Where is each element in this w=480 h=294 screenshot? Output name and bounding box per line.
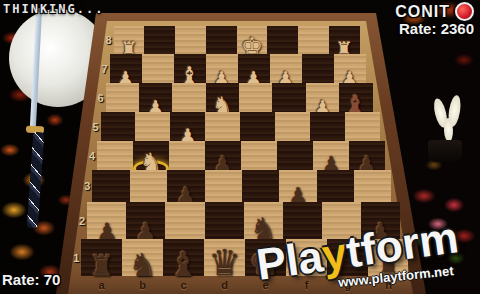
square-e8[interactable]: ♚ (237, 26, 268, 54)
piece-dark-bishop-c1[interactable]: ♝ (168, 247, 198, 281)
square-f3[interactable]: ♟ (279, 170, 316, 202)
opponent-info: CONIT (395, 2, 474, 21)
square-d8[interactable] (206, 26, 237, 54)
square-b3[interactable] (130, 170, 167, 202)
square-c2[interactable] (165, 202, 204, 239)
square-e3[interactable] (242, 170, 279, 202)
square-c7[interactable]: ♝ (174, 54, 206, 83)
opponent-name: CONIT (395, 3, 450, 21)
black-vase (428, 140, 462, 162)
square-c3[interactable]: ♟ (167, 170, 204, 202)
file-label-b: b (122, 279, 163, 293)
red-stone-icon (455, 2, 474, 21)
square-f6[interactable] (272, 83, 305, 112)
rank-label-7: 7 (97, 63, 108, 75)
square-g7[interactable] (302, 54, 334, 83)
opponent-rating: Rate: 2360 (399, 20, 474, 37)
file-label-a: a (81, 279, 122, 293)
square-e6[interactable] (239, 83, 272, 112)
player-rating: Rate: 70 (2, 271, 60, 288)
thinking-status: THINKING... (3, 2, 104, 16)
square-c1[interactable]: ♝ (163, 239, 204, 276)
square-f8[interactable] (267, 26, 298, 54)
square-d1[interactable]: ♛ (204, 239, 245, 276)
rank-label-8: 8 (101, 34, 112, 46)
square-b5[interactable] (135, 112, 170, 141)
square-a4[interactable] (97, 141, 133, 170)
piece-dark-knight-b1[interactable]: ♞ (128, 249, 157, 281)
square-c4[interactable] (169, 141, 205, 170)
square-f4[interactable] (277, 141, 313, 170)
board-row-4: 4♞♟♟♟ (97, 141, 385, 170)
square-b2[interactable]: ♟ (126, 202, 165, 239)
square-e4[interactable] (241, 141, 277, 170)
watermark-text-pre: Pla (254, 231, 326, 289)
square-a5[interactable] (101, 112, 136, 141)
square-a1[interactable]: ♜ (81, 239, 122, 276)
file-label-c: c (163, 279, 204, 293)
square-e7[interactable]: ♟ (238, 54, 270, 83)
rank-label-3: 3 (79, 180, 90, 192)
square-f7[interactable]: ♟ (270, 54, 302, 83)
board-row-8: 8♜♚♜ (114, 26, 360, 54)
square-h5[interactable] (345, 112, 380, 141)
rank-label-2: 2 (74, 215, 85, 227)
square-d4[interactable]: ♟ (205, 141, 241, 170)
square-a7[interactable]: ♟ (110, 54, 142, 83)
square-c5[interactable]: ♟ (170, 112, 205, 141)
square-b4[interactable]: ♞ (133, 141, 169, 170)
square-d6[interactable]: ♞ (206, 83, 239, 112)
rank-label-1: 1 (68, 252, 79, 264)
square-g6[interactable]: ♟ (306, 83, 339, 112)
square-e2[interactable]: ♞ (244, 202, 283, 239)
square-h8[interactable]: ♜ (329, 26, 360, 54)
square-h4[interactable]: ♟ (349, 141, 385, 170)
rank-label-5: 5 (88, 121, 99, 133)
rank-label-6: 6 (93, 92, 104, 104)
rank-label-4: 4 (84, 150, 95, 162)
square-d2[interactable] (205, 202, 244, 239)
square-g8[interactable] (298, 26, 329, 54)
square-e5[interactable] (240, 112, 275, 141)
square-h7[interactable]: ♟ (334, 54, 366, 83)
square-d3[interactable] (205, 170, 242, 202)
square-h3[interactable] (354, 170, 391, 202)
board-row-7: 7♟♝♟♟♟♟ (110, 54, 366, 83)
square-g4[interactable]: ♟ (313, 141, 349, 170)
square-a3[interactable] (92, 170, 129, 202)
piece-dark-queen-d1[interactable]: ♛ (208, 245, 240, 281)
square-b7[interactable] (142, 54, 174, 83)
board-row-3: 3♟♟ (92, 170, 391, 202)
board-row-5: 5♟ (101, 112, 380, 141)
square-b6[interactable]: ♟ (139, 83, 172, 112)
piece-dark-rook-a1[interactable]: ♜ (89, 252, 115, 281)
square-b8[interactable] (144, 26, 175, 54)
square-d5[interactable] (205, 112, 240, 141)
game-screen: 8♜♚♜7♟♝♟♟♟♟6♟♞♟♝5♟4♞♟♟♟3♟♟2♟♟♞♟1♜♞♝♛♚♜ a… (0, 0, 480, 294)
square-g5[interactable] (310, 112, 345, 141)
square-g3[interactable] (317, 170, 354, 202)
square-h6[interactable]: ♝ (339, 83, 372, 112)
file-label-d: d (204, 279, 245, 293)
board-row-6: 6♟♞♟♝ (106, 83, 373, 112)
square-d7[interactable]: ♟ (206, 54, 238, 83)
square-a8[interactable]: ♜ (114, 26, 145, 54)
square-c6[interactable] (172, 83, 205, 112)
square-a2[interactable]: ♟ (87, 202, 126, 239)
square-b1[interactable]: ♞ (122, 239, 163, 276)
square-a6[interactable] (106, 83, 139, 112)
square-f5[interactable] (275, 112, 310, 141)
square-c8[interactable] (175, 26, 206, 54)
